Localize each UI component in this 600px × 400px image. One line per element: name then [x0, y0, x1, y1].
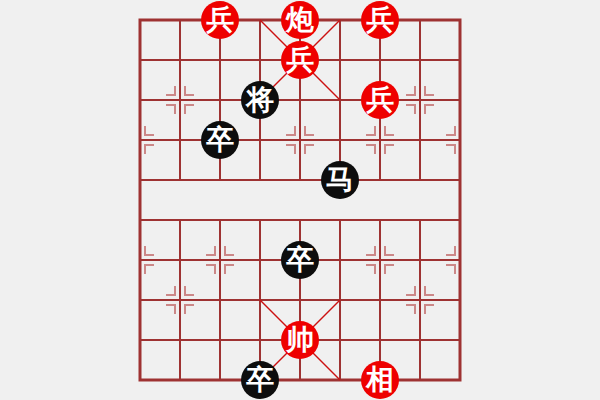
piece-red-elephant[interactable]: 相: [361, 361, 399, 399]
piece-black-soldier[interactable]: 卒: [281, 241, 319, 279]
piece-red-soldier[interactable]: 兵: [361, 1, 399, 39]
piece-red-cannon[interactable]: 炮: [281, 1, 319, 39]
piece-black-general[interactable]: 将: [241, 81, 279, 119]
piece-black-soldier[interactable]: 卒: [201, 121, 239, 159]
pieces-layer: 兵炮兵兵将兵卒马卒帅卒相: [120, 0, 480, 400]
piece-black-horse[interactable]: 马: [321, 161, 359, 199]
piece-red-soldier[interactable]: 兵: [201, 1, 239, 39]
piece-red-general[interactable]: 帅: [281, 321, 319, 359]
xiangqi-diagram: 兵炮兵兵将兵卒马卒帅卒相: [0, 0, 600, 400]
piece-red-soldier[interactable]: 兵: [361, 81, 399, 119]
piece-black-soldier[interactable]: 卒: [241, 361, 279, 399]
piece-red-soldier[interactable]: 兵: [281, 41, 319, 79]
